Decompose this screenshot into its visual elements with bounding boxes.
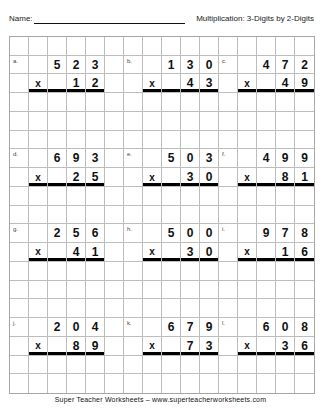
multiplier-digit: 3	[200, 337, 219, 356]
grid-cell	[276, 131, 295, 150]
multiplier-digit: 3	[181, 243, 200, 262]
grid-cell	[67, 262, 86, 281]
grid-cell	[67, 37, 86, 56]
grid-cell	[48, 299, 67, 318]
grid-cell	[200, 374, 219, 393]
grid-cell	[295, 374, 314, 393]
grid-cell	[257, 281, 276, 300]
multiplier-digit: 9	[86, 337, 105, 356]
multiplicand-digit: 6	[162, 318, 181, 337]
grid-cell	[238, 206, 257, 225]
grid-cell	[105, 374, 124, 393]
grid-cell	[48, 262, 67, 281]
multiply-operator: x	[143, 74, 162, 93]
grid-cell	[200, 206, 219, 225]
grid-cell	[124, 337, 143, 356]
multiplier-digit: 6	[295, 337, 314, 356]
grid-cell	[10, 131, 29, 150]
grid-cell	[124, 356, 143, 375]
grid-cell	[29, 187, 48, 206]
grid-cell	[238, 131, 257, 150]
multiplier-digit: 4	[181, 74, 200, 93]
grid-cell	[143, 149, 162, 168]
multiply-operator: x	[143, 168, 162, 187]
grid-cell	[143, 262, 162, 281]
grid-cell	[29, 112, 48, 131]
grid-cell	[219, 337, 238, 356]
multiplicand-digit: 0	[67, 318, 86, 337]
grid-cell	[105, 206, 124, 225]
grid-cell	[10, 37, 29, 56]
grid-cell	[238, 299, 257, 318]
multiplicand-digit: 6	[48, 149, 67, 168]
grid-cell	[143, 224, 162, 243]
multiply-operator: x	[238, 168, 257, 187]
grid-cell	[181, 262, 200, 281]
grid-cell	[143, 93, 162, 112]
grid-cell	[29, 318, 48, 337]
grid-cell	[143, 56, 162, 75]
multiplier-digit: 1	[276, 243, 295, 262]
grid-cell	[257, 74, 276, 93]
multiplier-digit: 3	[181, 168, 200, 187]
grid-cell	[276, 187, 295, 206]
grid-cell	[162, 187, 181, 206]
multiplicand-digit: 5	[67, 224, 86, 243]
grid-cell	[276, 262, 295, 281]
problem-label: h.	[124, 224, 143, 243]
grid-cell	[124, 374, 143, 393]
grid-cell	[29, 356, 48, 375]
grid-cell	[10, 112, 29, 131]
grid-cell	[257, 112, 276, 131]
multiplicand-digit: 9	[200, 318, 219, 337]
grid-cell	[29, 224, 48, 243]
problem-label: b.	[124, 56, 143, 75]
problem-label: c.	[219, 56, 238, 75]
multiplicand-digit: 5	[48, 56, 67, 75]
grid-cell	[162, 262, 181, 281]
grid-cell	[295, 131, 314, 150]
multiplicand-digit: 2	[48, 224, 67, 243]
grid-cell	[295, 356, 314, 375]
grid-cell	[105, 187, 124, 206]
grid-cell	[276, 93, 295, 112]
grid-cell	[200, 93, 219, 112]
grid-cell	[124, 206, 143, 225]
grid-cell	[238, 356, 257, 375]
grid-cell	[238, 374, 257, 393]
grid-cell	[86, 262, 105, 281]
grid-cell	[181, 37, 200, 56]
grid-cell	[295, 93, 314, 112]
grid-cell	[86, 374, 105, 393]
grid-cell	[219, 356, 238, 375]
page-title: Multiplication: 3-Digits by 2-Digits	[196, 14, 314, 23]
grid-cell	[10, 281, 29, 300]
grid-cell	[295, 37, 314, 56]
grid-cell	[219, 168, 238, 187]
multiplicand-digit: 5	[162, 224, 181, 243]
grid-cell	[29, 149, 48, 168]
multiplicand-digit: 4	[257, 149, 276, 168]
multiplier-digit: 5	[86, 168, 105, 187]
grid-cell	[86, 299, 105, 318]
grid-cell	[67, 93, 86, 112]
grid-cell	[295, 262, 314, 281]
grid-cell	[67, 356, 86, 375]
grid-cell	[48, 281, 67, 300]
grid-cell	[10, 168, 29, 187]
grid-cell	[29, 374, 48, 393]
multiplicand-digit: 2	[67, 56, 86, 75]
grid-cell	[162, 374, 181, 393]
problem-label: d.	[10, 149, 29, 168]
multiplier-digit: 4	[67, 243, 86, 262]
graph-paper-grid: a.523b.130c.472x12x43x49d.693e.503f.499x…	[9, 36, 315, 394]
grid-cell	[276, 356, 295, 375]
grid-cell	[238, 37, 257, 56]
grid-cell	[162, 93, 181, 112]
grid-cell	[105, 74, 124, 93]
grid-cell	[181, 206, 200, 225]
multiply-operator: x	[29, 243, 48, 262]
grid-cell	[238, 262, 257, 281]
grid-cell	[162, 356, 181, 375]
grid-cell	[124, 168, 143, 187]
grid-cell	[48, 74, 67, 93]
multiplier-digit: 4	[276, 74, 295, 93]
grid-cell	[276, 112, 295, 131]
grid-cell	[219, 112, 238, 131]
grid-cell	[143, 206, 162, 225]
multiplier-digit: 3	[200, 74, 219, 93]
grid-cell	[257, 168, 276, 187]
grid-cell	[181, 187, 200, 206]
grid-cell	[238, 187, 257, 206]
multiply-operator: x	[29, 337, 48, 356]
grid-cell	[105, 318, 124, 337]
grid-cell	[67, 299, 86, 318]
problem-label: f.	[219, 149, 238, 168]
grid-cell	[162, 168, 181, 187]
grid-cell	[181, 299, 200, 318]
multiplicand-digit: 8	[295, 224, 314, 243]
grid-cell	[105, 299, 124, 318]
multiplier-digit: 1	[86, 243, 105, 262]
grid-cell	[48, 206, 67, 225]
grid-cell	[276, 299, 295, 318]
multiplicand-digit: 0	[276, 318, 295, 337]
multiplier-digit: 8	[276, 168, 295, 187]
grid-cell	[276, 374, 295, 393]
grid-cell	[238, 224, 257, 243]
grid-cell	[48, 37, 67, 56]
multiply-operator: x	[238, 337, 257, 356]
grid-cell	[200, 281, 219, 300]
grid-cell	[10, 299, 29, 318]
grid-cell	[143, 112, 162, 131]
multiplicand-digit: 8	[295, 318, 314, 337]
grid-cell	[238, 112, 257, 131]
worksheet-header: Name: Multiplication: 3-Digits by 2-Digi…	[0, 12, 321, 26]
multiplier-digit: 9	[295, 74, 314, 93]
grid-cell	[295, 112, 314, 131]
grid-cell	[105, 262, 124, 281]
multiplicand-digit: 2	[48, 318, 67, 337]
grid-cell	[48, 356, 67, 375]
multiplicand-digit: 2	[295, 56, 314, 75]
grid-cell	[105, 112, 124, 131]
grid-cell	[200, 187, 219, 206]
grid-cell	[29, 262, 48, 281]
grid-cell	[200, 262, 219, 281]
grid-cell	[67, 374, 86, 393]
grid-cell	[48, 187, 67, 206]
grid-cell	[105, 149, 124, 168]
grid-cell	[219, 262, 238, 281]
grid-cell	[162, 337, 181, 356]
multiplicand-digit: 9	[257, 224, 276, 243]
grid-cell	[219, 37, 238, 56]
grid-cell	[105, 281, 124, 300]
grid-cell	[29, 281, 48, 300]
grid-cell	[124, 37, 143, 56]
multiplicand-digit: 0	[200, 56, 219, 75]
multiplier-digit: 6	[295, 243, 314, 262]
grid-cell	[86, 131, 105, 150]
problem-label: a.	[10, 56, 29, 75]
multiplier-digit: 8	[67, 337, 86, 356]
grid-cell	[219, 206, 238, 225]
multiplicand-digit: 0	[181, 149, 200, 168]
multiplicand-digit: 7	[181, 318, 200, 337]
grid-cell	[105, 37, 124, 56]
grid-cell	[143, 187, 162, 206]
grid-cell	[181, 281, 200, 300]
grid-cell	[105, 243, 124, 262]
grid-cell	[48, 168, 67, 187]
grid-cell	[181, 112, 200, 131]
multiplier-digit: 0	[200, 168, 219, 187]
multiplicand-digit: 9	[67, 149, 86, 168]
multiplicand-digit: 7	[276, 224, 295, 243]
grid-cell	[143, 318, 162, 337]
grid-cell	[162, 299, 181, 318]
multiply-operator: x	[29, 74, 48, 93]
grid-cell	[124, 112, 143, 131]
multiplicand-digit: 6	[257, 318, 276, 337]
grid-cell	[257, 356, 276, 375]
grid-cell	[29, 37, 48, 56]
grid-cell	[10, 93, 29, 112]
grid-cell	[257, 374, 276, 393]
grid-cell	[143, 374, 162, 393]
multiplicand-digit: 3	[181, 56, 200, 75]
multiplicand-digit: 3	[200, 149, 219, 168]
grid-cell	[105, 93, 124, 112]
multiplicand-digit: 0	[181, 224, 200, 243]
grid-cell	[124, 187, 143, 206]
grid-cell	[257, 299, 276, 318]
grid-cell	[48, 337, 67, 356]
grid-cell	[219, 93, 238, 112]
grid-cell	[105, 56, 124, 75]
name-blank-line	[34, 23, 185, 24]
grid-cell	[219, 187, 238, 206]
multiplicand-digit: 6	[86, 224, 105, 243]
multiplier-digit: 7	[181, 337, 200, 356]
multiplicand-digit: 7	[276, 56, 295, 75]
grid-cell	[276, 37, 295, 56]
grid-cell	[86, 281, 105, 300]
grid-cell	[200, 37, 219, 56]
grid-cell	[162, 281, 181, 300]
multiplicand-digit: 1	[162, 56, 181, 75]
multiplicand-digit: 3	[86, 149, 105, 168]
grid-cell	[162, 206, 181, 225]
grid-cell	[162, 131, 181, 150]
multiplicand-digit: 3	[86, 56, 105, 75]
grid-cell	[219, 281, 238, 300]
grid-cell	[238, 56, 257, 75]
grid-cell	[276, 206, 295, 225]
grid-cell	[219, 74, 238, 93]
multiply-operator: x	[29, 168, 48, 187]
grid-cell	[86, 93, 105, 112]
problem-label: j.	[10, 318, 29, 337]
grid-cell	[86, 37, 105, 56]
grid-cell	[257, 37, 276, 56]
grid-cell	[143, 281, 162, 300]
multiplicand-digit: 4	[86, 318, 105, 337]
grid-cell	[124, 131, 143, 150]
grid-cell	[10, 243, 29, 262]
grid-cell	[200, 356, 219, 375]
multiplier-digit: 3	[276, 337, 295, 356]
grid-cell	[219, 131, 238, 150]
grid-cell	[257, 206, 276, 225]
grid-cell	[86, 206, 105, 225]
grid-cell	[67, 131, 86, 150]
grid-cell	[124, 262, 143, 281]
multiply-operator: x	[143, 243, 162, 262]
name-label: Name:	[9, 14, 33, 23]
grid-cell	[181, 93, 200, 112]
multiplicand-digit: 9	[295, 149, 314, 168]
grid-cell	[162, 112, 181, 131]
grid-cell	[67, 112, 86, 131]
grid-cell	[29, 299, 48, 318]
grid-cell	[143, 356, 162, 375]
multiplicand-digit: 5	[162, 149, 181, 168]
grid-cell	[181, 374, 200, 393]
grid-cell	[105, 337, 124, 356]
footer-credit: Super Teacher Worksheets – www.superteac…	[0, 396, 321, 403]
grid-cell	[48, 374, 67, 393]
grid-cell	[295, 206, 314, 225]
grid-cell	[124, 93, 143, 112]
grid-cell	[29, 93, 48, 112]
grid-cell	[257, 93, 276, 112]
grid-cell	[29, 131, 48, 150]
multiplier-digit: 2	[67, 168, 86, 187]
grid-cell	[10, 187, 29, 206]
grid-cell	[105, 168, 124, 187]
grid-cell	[162, 243, 181, 262]
grid-cell	[48, 243, 67, 262]
problem-label: i.	[219, 224, 238, 243]
grid-cell	[257, 187, 276, 206]
grid-cell	[124, 74, 143, 93]
multiplicand-digit: 0	[200, 224, 219, 243]
grid-cell	[162, 37, 181, 56]
grid-cell	[143, 299, 162, 318]
grid-cell	[295, 187, 314, 206]
grid-cell	[124, 299, 143, 318]
grid-cell	[124, 243, 143, 262]
grid-cell	[143, 37, 162, 56]
grid-cell	[238, 281, 257, 300]
grid-cell	[10, 374, 29, 393]
grid-cell	[10, 262, 29, 281]
multiplicand-digit: 4	[257, 56, 276, 75]
grid-cell	[219, 299, 238, 318]
grid-cell	[10, 337, 29, 356]
grid-cell	[48, 93, 67, 112]
grid-cell	[181, 131, 200, 150]
grid-cell	[238, 149, 257, 168]
grid-cell	[238, 93, 257, 112]
problem-label: k.	[124, 318, 143, 337]
grid-cell	[143, 131, 162, 150]
grid-cell	[181, 356, 200, 375]
grid-cell	[86, 187, 105, 206]
multiplier-digit: 1	[67, 74, 86, 93]
problem-label: e.	[124, 149, 143, 168]
problem-label: g.	[10, 224, 29, 243]
grid-cell	[200, 112, 219, 131]
grid-cell	[238, 318, 257, 337]
multiply-operator: x	[238, 74, 257, 93]
grid-cell	[48, 112, 67, 131]
multiplier-digit: 2	[86, 74, 105, 93]
grid-cell	[276, 281, 295, 300]
grid-cell	[200, 299, 219, 318]
multiplier-digit: 1	[295, 168, 314, 187]
grid-cell	[10, 206, 29, 225]
grid-cell	[105, 356, 124, 375]
grid-cell	[86, 112, 105, 131]
grid-cell	[295, 299, 314, 318]
grid-cell	[257, 337, 276, 356]
grid-cell	[48, 131, 67, 150]
grid-cell	[219, 243, 238, 262]
grid-cell	[10, 74, 29, 93]
multiplier-digit: 0	[200, 243, 219, 262]
grid-cell	[67, 206, 86, 225]
grid-cell	[67, 281, 86, 300]
grid-cell	[105, 131, 124, 150]
grid-cell	[67, 187, 86, 206]
multiply-operator: x	[238, 243, 257, 262]
grid-cell	[105, 224, 124, 243]
grid-cell	[29, 56, 48, 75]
grid-cell	[200, 131, 219, 150]
multiply-operator: x	[143, 337, 162, 356]
grid-cell	[257, 131, 276, 150]
grid-cell	[257, 262, 276, 281]
